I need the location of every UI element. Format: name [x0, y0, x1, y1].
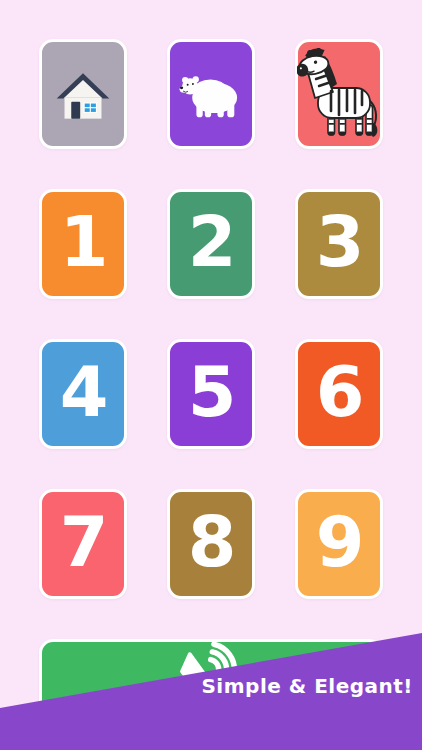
card-number-5[interactable]: 5 [167, 339, 255, 449]
number-label-8: 8 [188, 507, 235, 581]
number-label-6: 6 [316, 357, 363, 431]
promo-banner-text: Simple & Elegant! [201, 674, 413, 698]
number-label-5: 5 [188, 357, 235, 431]
card-number-1[interactable]: 1 [39, 189, 127, 299]
number-label-7: 7 [60, 507, 107, 581]
number-label-9: 9 [316, 507, 363, 581]
home-card[interactable] [39, 39, 127, 149]
card-number-8[interactable]: 8 [167, 489, 255, 599]
polar-bear-card[interactable] [167, 39, 255, 149]
zebra-card[interactable] [295, 39, 383, 149]
card-number-4[interactable]: 4 [39, 339, 127, 449]
home-icon [55, 68, 111, 120]
number-label-1: 1 [60, 207, 107, 281]
card-number-3[interactable]: 3 [295, 189, 383, 299]
card-number-6[interactable]: 6 [295, 339, 383, 449]
number-label-2: 2 [188, 207, 235, 281]
flashcard-grid: 1 2 3 4 5 6 7 8 9 [39, 39, 383, 749]
polar-bear-icon [178, 71, 245, 118]
card-number-7[interactable]: 7 [39, 489, 127, 599]
app-screen: 1 2 3 4 5 6 7 8 9 [0, 0, 422, 750]
zebra-icon [297, 48, 381, 140]
card-number-2[interactable]: 2 [167, 189, 255, 299]
number-label-3: 3 [316, 207, 363, 281]
number-label-4: 4 [60, 357, 107, 431]
card-number-9[interactable]: 9 [295, 489, 383, 599]
